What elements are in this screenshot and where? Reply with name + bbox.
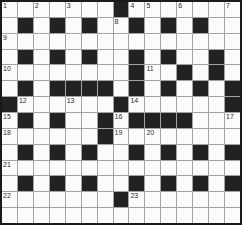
- black-cell-r10c13: [193, 145, 208, 160]
- white-cell-r8c5[interactable]: [66, 113, 81, 128]
- white-cell-r12c8[interactable]: [114, 176, 129, 191]
- clue-number-9: 9: [3, 34, 7, 42]
- white-cell-r13c12[interactable]: [177, 192, 192, 207]
- black-cell-r2c4: [50, 18, 65, 33]
- white-cell-r14c14[interactable]: [209, 208, 224, 223]
- white-cell-r12c14[interactable]: [209, 176, 224, 191]
- white-cell-r13c2[interactable]: [18, 192, 33, 207]
- white-cell-r2c14[interactable]: [209, 18, 224, 33]
- white-cell-r10c3[interactable]: [34, 145, 49, 160]
- white-cell-r3c4[interactable]: [50, 34, 65, 49]
- white-cell-r13c4[interactable]: [50, 192, 65, 207]
- black-cell-r6c5: [66, 81, 81, 96]
- white-cell-r13c14[interactable]: [209, 192, 224, 207]
- white-cell-r3c6[interactable]: [82, 34, 97, 49]
- white-cell-r5c15[interactable]: [225, 65, 240, 80]
- white-cell-r3c3[interactable]: [34, 34, 49, 49]
- black-cell-r8c11: [161, 113, 176, 128]
- white-cell-r10c10[interactable]: [145, 145, 160, 160]
- clue-number-16: 16: [115, 113, 123, 121]
- white-cell-r1c14[interactable]: [209, 2, 224, 17]
- white-cell-r3c14[interactable]: [209, 34, 224, 49]
- black-cell-r7c1: [2, 97, 17, 112]
- white-cell-r4c5[interactable]: [66, 50, 81, 65]
- white-cell-r11c8[interactable]: [114, 161, 129, 176]
- white-cell-r13c7[interactable]: [98, 192, 113, 207]
- clue-number-3: 3: [67, 2, 71, 10]
- white-cell-r1c6[interactable]: [82, 2, 97, 17]
- white-cell-r1c9[interactable]: 4: [129, 2, 144, 17]
- white-cell-r9c15[interactable]: [225, 129, 240, 144]
- white-cell-r14c3[interactable]: [34, 208, 49, 223]
- black-cell-r2c13: [193, 18, 208, 33]
- white-cell-r6c12[interactable]: [177, 81, 192, 96]
- white-cell-r14c5[interactable]: [66, 208, 81, 223]
- white-cell-r5c8[interactable]: [114, 65, 129, 80]
- black-cell-r4c6: [82, 50, 97, 65]
- clue-number-10: 10: [3, 65, 11, 73]
- white-cell-r4c15[interactable]: [225, 50, 240, 65]
- white-cell-r12c7[interactable]: [98, 176, 113, 191]
- white-cell-r4c8[interactable]: [114, 50, 129, 65]
- white-cell-r14c9[interactable]: [129, 208, 144, 223]
- white-cell-r3c10[interactable]: [145, 34, 160, 49]
- black-cell-r12c2: [18, 176, 33, 191]
- white-cell-r8c15[interactable]: 17: [225, 113, 240, 128]
- black-cell-r8c12: [177, 113, 192, 128]
- black-cell-r7c8: [114, 97, 129, 112]
- white-cell-r1c5[interactable]: 3: [66, 2, 81, 17]
- white-cell-r3c2[interactable]: [18, 34, 33, 49]
- black-cell-r12c13: [193, 176, 208, 191]
- white-cell-r11c7[interactable]: [98, 161, 113, 176]
- white-cell-r10c12[interactable]: [177, 145, 192, 160]
- white-cell-r11c3[interactable]: [34, 161, 49, 176]
- white-cell-r11c4[interactable]: [50, 161, 65, 176]
- white-cell-r3c9[interactable]: [129, 34, 144, 49]
- white-cell-r2c12[interactable]: [177, 18, 192, 33]
- white-cell-r8c8[interactable]: 16: [114, 113, 129, 128]
- white-cell-r11c10[interactable]: [145, 161, 160, 176]
- black-cell-r2c2: [18, 18, 33, 33]
- black-cell-r6c11: [161, 81, 176, 96]
- white-cell-r11c14[interactable]: [209, 161, 224, 176]
- white-cell-r11c11[interactable]: [161, 161, 176, 176]
- black-cell-r6c13: [193, 81, 208, 96]
- white-cell-r14c6[interactable]: [82, 208, 97, 223]
- clue-number-21: 21: [3, 161, 11, 169]
- white-cell-r12c1[interactable]: [2, 176, 17, 191]
- white-cell-r2c10[interactable]: [145, 18, 160, 33]
- white-cell-r1c12[interactable]: 6: [177, 2, 192, 17]
- white-cell-r13c6[interactable]: [82, 192, 97, 207]
- white-cell-r3c11[interactable]: [161, 34, 176, 49]
- black-cell-r8c7: [98, 113, 113, 128]
- white-cell-r8c14[interactable]: [209, 113, 224, 128]
- clue-number-18: 18: [3, 129, 11, 137]
- white-cell-r1c11[interactable]: [161, 2, 176, 17]
- white-cell-r5c10[interactable]: 11: [145, 65, 160, 80]
- white-cell-r3c1[interactable]: 9: [2, 34, 17, 49]
- black-cell-r10c15: [225, 145, 240, 160]
- black-cell-r5c9: [129, 65, 144, 80]
- white-cell-r13c15[interactable]: [225, 192, 240, 207]
- white-cell-r11c6[interactable]: [82, 161, 97, 176]
- black-cell-r4c2: [18, 50, 33, 65]
- white-cell-r8c1[interactable]: 15: [2, 113, 17, 128]
- clue-number-6: 6: [178, 2, 182, 10]
- black-cell-r5c14: [209, 65, 224, 80]
- white-cell-r5c13[interactable]: [193, 65, 208, 80]
- white-cell-r7c3[interactable]: [34, 97, 49, 112]
- white-cell-r9c5[interactable]: [66, 129, 81, 144]
- white-cell-r3c15[interactable]: [225, 34, 240, 49]
- white-cell-r7c4[interactable]: [50, 97, 65, 112]
- white-cell-r2c1[interactable]: [2, 18, 17, 33]
- white-cell-r2c15[interactable]: [225, 18, 240, 33]
- white-cell-r13c11[interactable]: [161, 192, 176, 207]
- clue-number-20: 20: [146, 129, 154, 137]
- black-cell-r4c14: [209, 50, 224, 65]
- white-cell-r12c5[interactable]: [66, 176, 81, 191]
- white-cell-r14c10[interactable]: [145, 208, 160, 223]
- white-cell-r13c5[interactable]: [66, 192, 81, 207]
- white-cell-r7c12[interactable]: [177, 97, 192, 112]
- white-cell-r14c12[interactable]: [177, 208, 192, 223]
- black-cell-r4c4: [50, 50, 65, 65]
- black-cell-r12c11: [161, 176, 176, 191]
- white-cell-r4c10[interactable]: [145, 50, 160, 65]
- white-cell-r7c9[interactable]: 14: [129, 97, 144, 112]
- black-cell-r2c6: [82, 18, 97, 33]
- black-cell-r10c6: [82, 145, 97, 160]
- black-cell-r8c4: [50, 113, 65, 128]
- clue-number-4: 4: [130, 2, 134, 10]
- white-cell-r7c6[interactable]: [82, 97, 97, 112]
- white-cell-r11c15[interactable]: [225, 161, 240, 176]
- white-cell-r5c3[interactable]: [34, 65, 49, 80]
- white-cell-r2c3[interactable]: [34, 18, 49, 33]
- white-cell-r11c12[interactable]: [177, 161, 192, 176]
- black-cell-r6c15: [225, 81, 240, 96]
- white-cell-r1c3[interactable]: 2: [34, 2, 49, 17]
- white-cell-r1c10[interactable]: 5: [145, 2, 160, 17]
- white-cell-r4c7[interactable]: [98, 50, 113, 65]
- white-cell-r9c3[interactable]: [34, 129, 49, 144]
- white-cell-r2c7[interactable]: [98, 18, 113, 33]
- clue-number-12: 12: [19, 97, 27, 105]
- white-cell-r6c8[interactable]: [114, 81, 129, 96]
- black-cell-r13c8: [114, 192, 129, 207]
- white-cell-r7c14[interactable]: [209, 97, 224, 112]
- white-cell-r14c2[interactable]: [18, 208, 33, 223]
- black-cell-r8c10: [145, 113, 160, 128]
- clue-number-11: 11: [146, 65, 153, 73]
- black-cell-r6c2: [18, 81, 33, 96]
- white-cell-r5c1[interactable]: 10: [2, 65, 17, 80]
- white-cell-r14c15[interactable]: [225, 208, 240, 223]
- white-cell-r6c10[interactable]: [145, 81, 160, 96]
- crossword-board: 1234567891011121314151617181920212223: [0, 0, 242, 225]
- white-cell-r9c10[interactable]: 20: [145, 129, 160, 144]
- white-cell-r8c13[interactable]: [193, 113, 208, 128]
- black-cell-r10c4: [50, 145, 65, 160]
- white-cell-r9c2[interactable]: [18, 129, 33, 144]
- black-cell-r12c15: [225, 176, 240, 191]
- white-cell-r9c4[interactable]: [50, 129, 65, 144]
- clue-number-8: 8: [115, 18, 119, 26]
- white-cell-r11c9[interactable]: [129, 161, 144, 176]
- white-cell-r7c10[interactable]: [145, 97, 160, 112]
- white-cell-r3c7[interactable]: [98, 34, 113, 49]
- white-cell-r3c5[interactable]: [66, 34, 81, 49]
- white-cell-r9c8[interactable]: 19: [114, 129, 129, 144]
- white-cell-r7c7[interactable]: [98, 97, 113, 112]
- clue-number-13: 13: [67, 97, 75, 105]
- white-cell-r5c4[interactable]: [50, 65, 65, 80]
- clue-number-22: 22: [3, 192, 11, 200]
- white-cell-r6c3[interactable]: [34, 81, 49, 96]
- black-cell-r10c11: [161, 145, 176, 160]
- black-cell-r5c12: [177, 65, 192, 80]
- white-cell-r7c5[interactable]: 13: [66, 97, 81, 112]
- white-cell-r10c8[interactable]: [114, 145, 129, 160]
- black-cell-r6c9: [129, 81, 144, 96]
- white-cell-r3c8[interactable]: [114, 34, 129, 49]
- white-cell-r8c6[interactable]: [82, 113, 97, 128]
- black-cell-r12c6: [82, 176, 97, 191]
- white-cell-r1c4[interactable]: [50, 2, 65, 17]
- white-cell-r9c1[interactable]: 18: [2, 129, 17, 144]
- white-cell-r1c13[interactable]: [193, 2, 208, 17]
- white-cell-r9c14[interactable]: [209, 129, 224, 144]
- white-cell-r9c6[interactable]: [82, 129, 97, 144]
- white-cell-r10c5[interactable]: [66, 145, 81, 160]
- white-cell-r2c5[interactable]: [66, 18, 81, 33]
- white-cell-r8c3[interactable]: [34, 113, 49, 128]
- clue-number-7: 7: [226, 2, 230, 10]
- white-cell-r1c2[interactable]: [18, 2, 33, 17]
- white-cell-r5c6[interactable]: [82, 65, 97, 80]
- clue-number-15: 15: [3, 113, 11, 121]
- white-cell-r13c13[interactable]: [193, 192, 208, 207]
- white-cell-r13c10[interactable]: [145, 192, 160, 207]
- black-cell-r6c6: [82, 81, 97, 96]
- white-cell-r5c5[interactable]: [66, 65, 81, 80]
- white-cell-r14c7[interactable]: [98, 208, 113, 223]
- white-cell-r5c11[interactable]: [161, 65, 176, 80]
- black-cell-r2c11: [161, 18, 176, 33]
- white-cell-r13c9[interactable]: 23: [129, 192, 144, 207]
- white-cell-r11c5[interactable]: [66, 161, 81, 176]
- white-cell-r14c4[interactable]: [50, 208, 65, 223]
- white-cell-r11c13[interactable]: [193, 161, 208, 176]
- white-cell-r10c14[interactable]: [209, 145, 224, 160]
- black-cell-r6c4: [50, 81, 65, 96]
- black-cell-r7c15: [225, 97, 240, 112]
- white-cell-r3c13[interactable]: [193, 34, 208, 49]
- white-cell-r7c11[interactable]: [161, 97, 176, 112]
- black-cell-r8c2: [18, 113, 33, 128]
- clue-number-23: 23: [130, 192, 138, 200]
- black-cell-r10c2: [18, 145, 33, 160]
- white-cell-r10c7[interactable]: [98, 145, 113, 160]
- black-cell-r6c7: [98, 81, 113, 96]
- white-cell-r14c13[interactable]: [193, 208, 208, 223]
- black-cell-r4c11: [161, 50, 176, 65]
- white-cell-r10c1[interactable]: [2, 145, 17, 160]
- white-cell-r13c3[interactable]: [34, 192, 49, 207]
- white-cell-r1c15[interactable]: 7: [225, 2, 240, 17]
- white-cell-r7c13[interactable]: [193, 97, 208, 112]
- white-cell-r9c9[interactable]: [129, 129, 144, 144]
- black-cell-r8c9: [129, 113, 144, 128]
- clue-number-19: 19: [115, 129, 123, 137]
- white-cell-r13c1[interactable]: 22: [2, 192, 17, 207]
- white-cell-r14c11[interactable]: [161, 208, 176, 223]
- white-cell-r12c12[interactable]: [177, 176, 192, 191]
- white-cell-r12c10[interactable]: [145, 176, 160, 191]
- clue-number-2: 2: [35, 2, 39, 10]
- crossword-grid: 1234567891011121314151617181920212223: [2, 2, 240, 223]
- white-cell-r9c11[interactable]: [161, 129, 176, 144]
- white-cell-r9c13[interactable]: [193, 129, 208, 144]
- black-cell-r10c9: [129, 145, 144, 160]
- white-cell-r7c2[interactable]: 12: [18, 97, 33, 112]
- black-cell-r12c9: [129, 176, 144, 191]
- white-cell-r4c12[interactable]: [177, 50, 192, 65]
- white-cell-r2c8[interactable]: 8: [114, 18, 129, 33]
- white-cell-r1c7[interactable]: [98, 2, 113, 17]
- clue-number-1: 1: [3, 2, 7, 10]
- white-cell-r6c14[interactable]: [209, 81, 224, 96]
- clue-number-17: 17: [226, 113, 234, 121]
- white-cell-r4c13[interactable]: [193, 50, 208, 65]
- black-cell-r12c4: [50, 176, 65, 191]
- white-cell-r6c1[interactable]: [2, 81, 17, 96]
- black-cell-r1c8: [114, 2, 129, 17]
- white-cell-r11c1[interactable]: 21: [2, 161, 17, 176]
- white-cell-r1c1[interactable]: 1: [2, 2, 17, 17]
- clue-number-14: 14: [130, 97, 138, 105]
- black-cell-r4c9: [129, 50, 144, 65]
- white-cell-r11c2[interactable]: [18, 161, 33, 176]
- white-cell-r4c3[interactable]: [34, 50, 49, 65]
- white-cell-r14c8[interactable]: [114, 208, 129, 223]
- clue-number-5: 5: [146, 2, 150, 10]
- white-cell-r5c2[interactable]: [18, 65, 33, 80]
- white-cell-r5c7[interactable]: [98, 65, 113, 80]
- white-cell-r9c12[interactable]: [177, 129, 192, 144]
- black-cell-r2c9: [129, 18, 144, 33]
- white-cell-r14c1[interactable]: [2, 208, 17, 223]
- white-cell-r3c12[interactable]: [177, 34, 192, 49]
- black-cell-r9c7: [98, 129, 113, 144]
- white-cell-r4c1[interactable]: [2, 50, 17, 65]
- white-cell-r12c3[interactable]: [34, 176, 49, 191]
